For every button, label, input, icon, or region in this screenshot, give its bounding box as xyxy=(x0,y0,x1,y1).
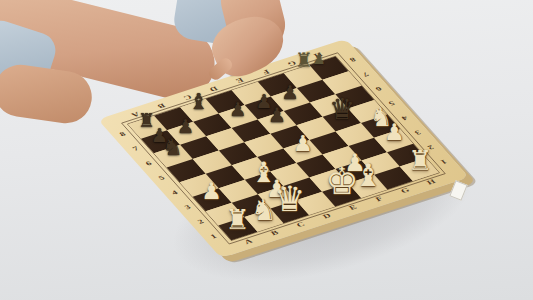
rank-label-left-2: 2 xyxy=(189,215,212,228)
piece-white-r-a1[interactable]: ♜ xyxy=(225,206,249,233)
piece-white-q-c1[interactable]: ♛ xyxy=(274,182,305,217)
rank-label-left-4: 4 xyxy=(163,186,186,199)
piece-black-p-b7[interactable]: ♟ xyxy=(177,117,194,136)
rank-label-left-7: 7 xyxy=(124,142,147,155)
piece-white-b-f1[interactable]: ♝ xyxy=(354,160,382,191)
rank-label-left-3: 3 xyxy=(176,201,199,214)
piece-black-p-e6[interactable]: ♟ xyxy=(268,105,286,125)
rank-label-right-1: 1 xyxy=(432,155,455,168)
rank-label-right-8: 8 xyxy=(341,53,364,66)
rank-label-right-6: 6 xyxy=(367,82,390,95)
piece-black-p-f7[interactable]: ♟ xyxy=(282,83,299,102)
rank-label-right-7: 7 xyxy=(354,68,377,81)
piece-white-p-e4[interactable]: ♟ xyxy=(293,133,313,155)
piece-white-n-b1[interactable]: ♞ xyxy=(251,196,277,225)
piece-white-p-h3[interactable]: ♟ xyxy=(384,121,405,144)
piece-white-r-h1[interactable]: ♜ xyxy=(408,147,432,174)
piece-white-p-a3[interactable]: ♟ xyxy=(201,180,222,203)
piece-black-q-g5[interactable]: ♛ xyxy=(329,95,355,124)
piece-black-b-c8[interactable]: ♝ xyxy=(189,91,209,113)
rank-label-left-1: 1 xyxy=(202,230,225,243)
piece-black-n-a6[interactable]: ♞ xyxy=(162,137,183,160)
rank-label-left-5: 5 xyxy=(150,172,173,185)
piece-black-p-d7[interactable]: ♟ xyxy=(229,100,246,119)
rank-label-right-3: 3 xyxy=(406,126,429,139)
rank-label-left-6: 6 xyxy=(137,157,160,170)
rank-label-left-8: 8 xyxy=(111,128,134,141)
